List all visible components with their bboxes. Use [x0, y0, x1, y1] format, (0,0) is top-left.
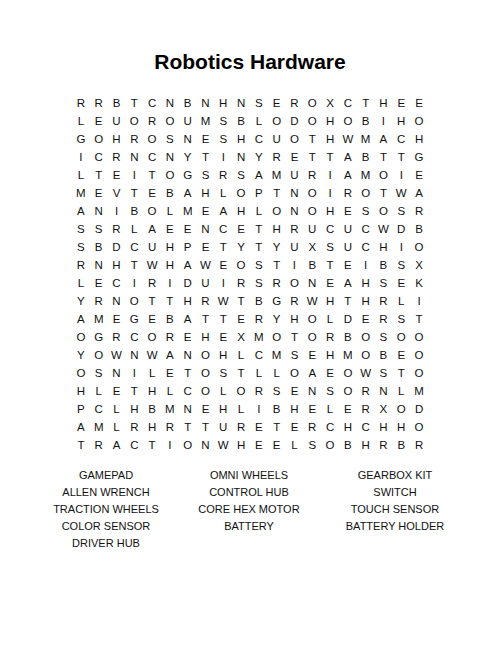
grid-cell-r7c12[interactable]: O	[268, 202, 286, 220]
grid-cell-r2c4[interactable]: O	[125, 112, 143, 130]
grid-cell-r18c1[interactable]: P	[72, 400, 90, 418]
grid-cell-r7c14[interactable]: O	[303, 202, 321, 220]
grid-cell-r16c12[interactable]: L	[268, 364, 286, 382]
grid-cell-r16c3[interactable]: N	[108, 364, 126, 382]
grid-cell-r12c12[interactable]: G	[268, 292, 286, 310]
grid-cell-r4c16[interactable]: A	[339, 148, 357, 166]
grid-cell-r20c12[interactable]: E	[268, 436, 286, 454]
grid-cell-r8c18[interactable]: W	[375, 220, 393, 238]
grid-cell-r3c6[interactable]: S	[161, 130, 179, 148]
grid-cell-r18c14[interactable]: E	[303, 400, 321, 418]
grid-cell-r10c7[interactable]: A	[179, 256, 197, 274]
grid-cell-r3c16[interactable]: W	[339, 130, 357, 148]
grid-cell-r4c17[interactable]: B	[357, 148, 375, 166]
grid-cell-r11c17[interactable]: H	[357, 274, 375, 292]
grid-cell-r1c13[interactable]: R	[286, 94, 304, 112]
grid-cell-r13c17[interactable]: E	[357, 310, 375, 328]
grid-cell-r1c3[interactable]: B	[108, 94, 126, 112]
grid-cell-r7c9[interactable]: A	[214, 202, 232, 220]
grid-cell-r10c20[interactable]: X	[410, 256, 428, 274]
grid-cell-r6c8[interactable]: H	[197, 184, 215, 202]
grid-cell-r8c15[interactable]: C	[321, 220, 339, 238]
grid-cell-r15c3[interactable]: W	[108, 346, 126, 364]
grid-cell-r18c12[interactable]: B	[268, 400, 286, 418]
grid-cell-r20c11[interactable]: E	[250, 436, 268, 454]
grid-cell-r13c12[interactable]: Y	[268, 310, 286, 328]
grid-cell-r15c20[interactable]: O	[410, 346, 428, 364]
grid-cell-r16c14[interactable]: A	[303, 364, 321, 382]
grid-cell-r10c12[interactable]: T	[268, 256, 286, 274]
grid-cell-r13c8[interactable]: T	[197, 310, 215, 328]
grid-cell-r12c15[interactable]: H	[321, 292, 339, 310]
grid-cell-r14c7[interactable]: E	[179, 328, 197, 346]
grid-cell-r19c13[interactable]: E	[286, 418, 304, 436]
grid-cell-r11c5[interactable]: R	[143, 274, 161, 292]
grid-cell-r10c8[interactable]: W	[197, 256, 215, 274]
grid-cell-r13c9[interactable]: T	[214, 310, 232, 328]
grid-cell-r7c3[interactable]: I	[108, 202, 126, 220]
grid-cell-r8c4[interactable]: L	[125, 220, 143, 238]
grid-cell-r11c1[interactable]: L	[72, 274, 90, 292]
grid-cell-r17c20[interactable]: M	[410, 382, 428, 400]
grid-cell-r5c10[interactable]: S	[232, 166, 250, 184]
grid-cell-r11c10[interactable]: R	[232, 274, 250, 292]
grid-cell-r8c8[interactable]: N	[197, 220, 215, 238]
grid-cell-r3c13[interactable]: O	[286, 130, 304, 148]
grid-cell-r14c19[interactable]: O	[392, 328, 410, 346]
grid-cell-r20c4[interactable]: C	[125, 436, 143, 454]
grid-cell-r11c3[interactable]: C	[108, 274, 126, 292]
grid-cell-r20c3[interactable]: A	[108, 436, 126, 454]
grid-cell-r9c8[interactable]: E	[197, 238, 215, 256]
grid-cell-r11c8[interactable]: U	[197, 274, 215, 292]
grid-cell-r18c10[interactable]: L	[232, 400, 250, 418]
grid-cell-r2c8[interactable]: M	[197, 112, 215, 130]
grid-cell-r20c16[interactable]: B	[339, 436, 357, 454]
grid-cell-r19c3[interactable]: L	[108, 418, 126, 436]
grid-cell-r1c10[interactable]: N	[232, 94, 250, 112]
grid-cell-r2c9[interactable]: S	[214, 112, 232, 130]
grid-cell-r2c3[interactable]: U	[108, 112, 126, 130]
grid-cell-r3c11[interactable]: C	[250, 130, 268, 148]
grid-cell-r16c8[interactable]: O	[197, 364, 215, 382]
grid-cell-r5c7[interactable]: G	[179, 166, 197, 184]
grid-cell-r2c12[interactable]: O	[268, 112, 286, 130]
grid-cell-r13c5[interactable]: E	[143, 310, 161, 328]
grid-cell-r5c15[interactable]: I	[321, 166, 339, 184]
grid-cell-r12c7[interactable]: H	[179, 292, 197, 310]
grid-cell-r2c7[interactable]: U	[179, 112, 197, 130]
grid-cell-r9c9[interactable]: T	[214, 238, 232, 256]
grid-cell-r19c1[interactable]: A	[72, 418, 90, 436]
grid-cell-r14c16[interactable]: B	[339, 328, 357, 346]
grid-cell-r9c17[interactable]: C	[357, 238, 375, 256]
grid-cell-r18c11[interactable]: I	[250, 400, 268, 418]
grid-cell-r9c10[interactable]: Y	[232, 238, 250, 256]
grid-cell-r14c14[interactable]: O	[303, 328, 321, 346]
grid-cell-r18c8[interactable]: E	[197, 400, 215, 418]
grid-cell-r15c6[interactable]: A	[161, 346, 179, 364]
grid-cell-r7c19[interactable]: S	[392, 202, 410, 220]
grid-cell-r4c20[interactable]: G	[410, 148, 428, 166]
grid-cell-r10c1[interactable]: R	[72, 256, 90, 274]
grid-cell-r20c8[interactable]: N	[197, 436, 215, 454]
grid-cell-r11c18[interactable]: S	[375, 274, 393, 292]
grid-cell-r15c4[interactable]: N	[125, 346, 143, 364]
grid-cell-r20c13[interactable]: L	[286, 436, 304, 454]
grid-cell-r16c15[interactable]: E	[321, 364, 339, 382]
grid-cell-r19c14[interactable]: R	[303, 418, 321, 436]
grid-cell-r12c20[interactable]: I	[410, 292, 428, 310]
grid-cell-r9c4[interactable]: C	[125, 238, 143, 256]
grid-cell-r12c18[interactable]: R	[375, 292, 393, 310]
grid-cell-r17c19[interactable]: L	[392, 382, 410, 400]
grid-cell-r7c16[interactable]: E	[339, 202, 357, 220]
grid-cell-r13c6[interactable]: B	[161, 310, 179, 328]
grid-cell-r14c15[interactable]: R	[321, 328, 339, 346]
grid-cell-r15c19[interactable]: E	[392, 346, 410, 364]
grid-cell-r20c6[interactable]: I	[161, 436, 179, 454]
grid-cell-r7c1[interactable]: A	[72, 202, 90, 220]
grid-cell-r20c14[interactable]: S	[303, 436, 321, 454]
grid-cell-r12c16[interactable]: T	[339, 292, 357, 310]
grid-cell-r6c6[interactable]: B	[161, 184, 179, 202]
grid-cell-r1c17[interactable]: T	[357, 94, 375, 112]
grid-cell-r14c13[interactable]: T	[286, 328, 304, 346]
grid-cell-r17c3[interactable]: E	[108, 382, 126, 400]
grid-cell-r14c9[interactable]: E	[214, 328, 232, 346]
grid-cell-r8c13[interactable]: R	[286, 220, 304, 238]
grid-cell-r17c16[interactable]: O	[339, 382, 357, 400]
grid-cell-r20c18[interactable]: R	[375, 436, 393, 454]
grid-cell-r7c7[interactable]: M	[179, 202, 197, 220]
grid-cell-r18c16[interactable]: E	[339, 400, 357, 418]
grid-cell-r11c12[interactable]: R	[268, 274, 286, 292]
grid-cell-r7c11[interactable]: L	[250, 202, 268, 220]
grid-cell-r8c19[interactable]: D	[392, 220, 410, 238]
grid-cell-r4c5[interactable]: C	[143, 148, 161, 166]
grid-cell-r6c1[interactable]: M	[72, 184, 90, 202]
grid-cell-r19c7[interactable]: T	[179, 418, 197, 436]
grid-cell-r20c9[interactable]: W	[214, 436, 232, 454]
grid-cell-r4c1[interactable]: I	[72, 148, 90, 166]
grid-cell-r4c9[interactable]: I	[214, 148, 232, 166]
grid-cell-r10c9[interactable]: E	[214, 256, 232, 274]
grid-cell-r12c17[interactable]: H	[357, 292, 375, 310]
grid-cell-r2c15[interactable]: H	[321, 112, 339, 130]
grid-cell-r13c16[interactable]: D	[339, 310, 357, 328]
grid-cell-r7c8[interactable]: E	[197, 202, 215, 220]
grid-cell-r6c16[interactable]: R	[339, 184, 357, 202]
grid-cell-r6c11[interactable]: P	[250, 184, 268, 202]
grid-cell-r17c1[interactable]: H	[72, 382, 90, 400]
grid-cell-r15c11[interactable]: C	[250, 346, 268, 364]
grid-cell-r8c2[interactable]: S	[90, 220, 108, 238]
grid-cell-r4c15[interactable]: T	[321, 148, 339, 166]
grid-cell-r11c11[interactable]: S	[250, 274, 268, 292]
grid-cell-r12c6[interactable]: T	[161, 292, 179, 310]
grid-cell-r10c15[interactable]: T	[321, 256, 339, 274]
grid-cell-r11c19[interactable]: E	[392, 274, 410, 292]
grid-cell-r1c8[interactable]: N	[197, 94, 215, 112]
grid-cell-r2c11[interactable]: L	[250, 112, 268, 130]
grid-cell-r17c7[interactable]: C	[179, 382, 197, 400]
grid-cell-r15c8[interactable]: O	[197, 346, 215, 364]
grid-cell-r6c20[interactable]: A	[410, 184, 428, 202]
grid-cell-r6c15[interactable]: I	[321, 184, 339, 202]
grid-cell-r1c1[interactable]: R	[72, 94, 90, 112]
grid-cell-r1c2[interactable]: R	[90, 94, 108, 112]
grid-cell-r20c5[interactable]: T	[143, 436, 161, 454]
grid-cell-r3c9[interactable]: S	[214, 130, 232, 148]
grid-cell-r12c3[interactable]: N	[108, 292, 126, 310]
grid-cell-r13c4[interactable]: G	[125, 310, 143, 328]
grid-cell-r3c19[interactable]: C	[392, 130, 410, 148]
grid-cell-r16c16[interactable]: O	[339, 364, 357, 382]
grid-cell-r4c8[interactable]: T	[197, 148, 215, 166]
grid-cell-r4c19[interactable]: T	[392, 148, 410, 166]
grid-cell-r2c5[interactable]: R	[143, 112, 161, 130]
grid-cell-r10c5[interactable]: W	[143, 256, 161, 274]
grid-cell-r7c17[interactable]: S	[357, 202, 375, 220]
grid-cell-r6c7[interactable]: A	[179, 184, 197, 202]
grid-cell-r3c5[interactable]: O	[143, 130, 161, 148]
grid-cell-r19c18[interactable]: H	[375, 418, 393, 436]
grid-cell-r17c18[interactable]: N	[375, 382, 393, 400]
grid-cell-r3c17[interactable]: M	[357, 130, 375, 148]
grid-cell-r6c2[interactable]: E	[90, 184, 108, 202]
grid-cell-r16c17[interactable]: W	[357, 364, 375, 382]
grid-cell-r14c5[interactable]: O	[143, 328, 161, 346]
grid-cell-r20c20[interactable]: R	[410, 436, 428, 454]
grid-cell-r4c6[interactable]: N	[161, 148, 179, 166]
grid-cell-r6c4[interactable]: T	[125, 184, 143, 202]
grid-cell-r12c5[interactable]: T	[143, 292, 161, 310]
grid-cell-r10c6[interactable]: H	[161, 256, 179, 274]
grid-cell-r13c13[interactable]: H	[286, 310, 304, 328]
grid-cell-r14c6[interactable]: R	[161, 328, 179, 346]
grid-cell-r12c10[interactable]: T	[232, 292, 250, 310]
grid-cell-r10c17[interactable]: I	[357, 256, 375, 274]
grid-cell-r11c13[interactable]: O	[286, 274, 304, 292]
grid-cell-r14c12[interactable]: O	[268, 328, 286, 346]
grid-cell-r8c6[interactable]: E	[161, 220, 179, 238]
grid-cell-r1c20[interactable]: E	[410, 94, 428, 112]
grid-cell-r14c10[interactable]: X	[232, 328, 250, 346]
grid-cell-r8c5[interactable]: A	[143, 220, 161, 238]
grid-cell-r17c15[interactable]: S	[321, 382, 339, 400]
grid-cell-r8c11[interactable]: T	[250, 220, 268, 238]
grid-cell-r13c11[interactable]: R	[250, 310, 268, 328]
grid-cell-r15c13[interactable]: S	[286, 346, 304, 364]
grid-cell-r10c13[interactable]: I	[286, 256, 304, 274]
grid-cell-r18c4[interactable]: H	[125, 400, 143, 418]
grid-cell-r1c6[interactable]: N	[161, 94, 179, 112]
grid-cell-r4c13[interactable]: E	[286, 148, 304, 166]
grid-cell-r5c11[interactable]: A	[250, 166, 268, 184]
grid-cell-r9c19[interactable]: I	[392, 238, 410, 256]
grid-cell-r17c12[interactable]: S	[268, 382, 286, 400]
grid-cell-r7c15[interactable]: H	[321, 202, 339, 220]
grid-cell-r1c19[interactable]: E	[392, 94, 410, 112]
grid-cell-r19c9[interactable]: U	[214, 418, 232, 436]
grid-cell-r14c8[interactable]: H	[197, 328, 215, 346]
grid-cell-r14c2[interactable]: G	[90, 328, 108, 346]
grid-cell-r19c6[interactable]: R	[161, 418, 179, 436]
grid-cell-r14c1[interactable]: O	[72, 328, 90, 346]
grid-cell-r19c19[interactable]: H	[392, 418, 410, 436]
grid-cell-r18c9[interactable]: H	[214, 400, 232, 418]
grid-cell-r13c14[interactable]: O	[303, 310, 321, 328]
grid-cell-r9c1[interactable]: S	[72, 238, 90, 256]
grid-cell-r17c4[interactable]: T	[125, 382, 143, 400]
grid-cell-r17c17[interactable]: R	[357, 382, 375, 400]
grid-cell-r17c10[interactable]: O	[232, 382, 250, 400]
grid-cell-r11c9[interactable]: I	[214, 274, 232, 292]
grid-cell-r3c1[interactable]: G	[72, 130, 90, 148]
grid-cell-r11c16[interactable]: A	[339, 274, 357, 292]
grid-cell-r7c2[interactable]: N	[90, 202, 108, 220]
grid-cell-r20c19[interactable]: B	[392, 436, 410, 454]
grid-cell-r5c13[interactable]: U	[286, 166, 304, 184]
grid-cell-r8c10[interactable]: E	[232, 220, 250, 238]
grid-cell-r11c4[interactable]: I	[125, 274, 143, 292]
grid-cell-r13c20[interactable]: T	[410, 310, 428, 328]
grid-cell-r18c17[interactable]: R	[357, 400, 375, 418]
grid-cell-r3c8[interactable]: E	[197, 130, 215, 148]
grid-cell-r6c3[interactable]: V	[108, 184, 126, 202]
grid-cell-r6c9[interactable]: L	[214, 184, 232, 202]
grid-cell-r20c2[interactable]: R	[90, 436, 108, 454]
grid-cell-r11c6[interactable]: I	[161, 274, 179, 292]
grid-cell-r12c8[interactable]: R	[197, 292, 215, 310]
grid-cell-r5c17[interactable]: M	[357, 166, 375, 184]
grid-cell-r1c5[interactable]: C	[143, 94, 161, 112]
grid-cell-r6c19[interactable]: W	[392, 184, 410, 202]
grid-cell-r4c3[interactable]: R	[108, 148, 126, 166]
grid-cell-r9c13[interactable]: U	[286, 238, 304, 256]
grid-cell-r15c18[interactable]: B	[375, 346, 393, 364]
grid-cell-r12c11[interactable]: B	[250, 292, 268, 310]
grid-cell-r15c12[interactable]: M	[268, 346, 286, 364]
grid-cell-r10c14[interactable]: B	[303, 256, 321, 274]
grid-cell-r15c16[interactable]: M	[339, 346, 357, 364]
grid-cell-r8c16[interactable]: U	[339, 220, 357, 238]
grid-cell-r19c5[interactable]: H	[143, 418, 161, 436]
grid-cell-r5c8[interactable]: S	[197, 166, 215, 184]
grid-cell-r3c10[interactable]: H	[232, 130, 250, 148]
grid-cell-r16c7[interactable]: T	[179, 364, 197, 382]
grid-cell-r11c2[interactable]: E	[90, 274, 108, 292]
grid-cell-r13c10[interactable]: E	[232, 310, 250, 328]
grid-cell-r8c7[interactable]: E	[179, 220, 197, 238]
grid-cell-r7c5[interactable]: O	[143, 202, 161, 220]
grid-cell-r17c6[interactable]: L	[161, 382, 179, 400]
grid-cell-r1c4[interactable]: T	[125, 94, 143, 112]
grid-cell-r15c2[interactable]: O	[90, 346, 108, 364]
grid-cell-r18c20[interactable]: D	[410, 400, 428, 418]
grid-cell-r1c7[interactable]: B	[179, 94, 197, 112]
grid-cell-r9c3[interactable]: D	[108, 238, 126, 256]
grid-cell-r11c15[interactable]: E	[321, 274, 339, 292]
grid-cell-r5c20[interactable]: E	[410, 166, 428, 184]
grid-cell-r15c15[interactable]: H	[321, 346, 339, 364]
grid-cell-r18c2[interactable]: C	[90, 400, 108, 418]
grid-cell-r16c11[interactable]: L	[250, 364, 268, 382]
grid-cell-r20c1[interactable]: T	[72, 436, 90, 454]
grid-cell-r9c14[interactable]: X	[303, 238, 321, 256]
grid-cell-r5c2[interactable]: T	[90, 166, 108, 184]
grid-cell-r13c2[interactable]: M	[90, 310, 108, 328]
grid-cell-r8c14[interactable]: U	[303, 220, 321, 238]
grid-cell-r3c4[interactable]: R	[125, 130, 143, 148]
grid-cell-r16c6[interactable]: E	[161, 364, 179, 382]
grid-cell-r14c18[interactable]: S	[375, 328, 393, 346]
grid-cell-r15c10[interactable]: L	[232, 346, 250, 364]
grid-cell-r8c17[interactable]: C	[357, 220, 375, 238]
grid-cell-r2c2[interactable]: E	[90, 112, 108, 130]
grid-cell-r18c3[interactable]: L	[108, 400, 126, 418]
grid-cell-r20c10[interactable]: H	[232, 436, 250, 454]
grid-cell-r7c10[interactable]: H	[232, 202, 250, 220]
grid-cell-r18c15[interactable]: L	[321, 400, 339, 418]
grid-cell-r4c11[interactable]: Y	[250, 148, 268, 166]
grid-cell-r12c13[interactable]: R	[286, 292, 304, 310]
grid-cell-r5c1[interactable]: L	[72, 166, 90, 184]
grid-cell-r2c19[interactable]: H	[392, 112, 410, 130]
grid-cell-r19c15[interactable]: C	[321, 418, 339, 436]
grid-cell-r5c18[interactable]: O	[375, 166, 393, 184]
grid-cell-r16c9[interactable]: S	[214, 364, 232, 382]
grid-cell-r2c18[interactable]: I	[375, 112, 393, 130]
grid-cell-r8c3[interactable]: R	[108, 220, 126, 238]
grid-cell-r9c6[interactable]: H	[161, 238, 179, 256]
grid-cell-r9c7[interactable]: P	[179, 238, 197, 256]
grid-cell-r3c20[interactable]: H	[410, 130, 428, 148]
grid-cell-r17c2[interactable]: L	[90, 382, 108, 400]
grid-cell-r10c19[interactable]: S	[392, 256, 410, 274]
grid-cell-r12c4[interactable]: O	[125, 292, 143, 310]
grid-cell-r14c3[interactable]: R	[108, 328, 126, 346]
grid-cell-r2c1[interactable]: L	[72, 112, 90, 130]
grid-cell-r14c4[interactable]: C	[125, 328, 143, 346]
grid-cell-r6c17[interactable]: O	[357, 184, 375, 202]
grid-cell-r3c14[interactable]: T	[303, 130, 321, 148]
grid-cell-r17c5[interactable]: H	[143, 382, 161, 400]
grid-cell-r5c6[interactable]: O	[161, 166, 179, 184]
grid-cell-r3c18[interactable]: A	[375, 130, 393, 148]
grid-cell-r1c11[interactable]: S	[250, 94, 268, 112]
grid-cell-r9c18[interactable]: H	[375, 238, 393, 256]
grid-cell-r8c9[interactable]: C	[214, 220, 232, 238]
grid-cell-r6c5[interactable]: E	[143, 184, 161, 202]
grid-cell-r2c10[interactable]: B	[232, 112, 250, 130]
grid-cell-r6c12[interactable]: T	[268, 184, 286, 202]
grid-cell-r1c12[interactable]: E	[268, 94, 286, 112]
grid-cell-r2c17[interactable]: B	[357, 112, 375, 130]
grid-cell-r15c9[interactable]: H	[214, 346, 232, 364]
grid-cell-r9c2[interactable]: B	[90, 238, 108, 256]
grid-cell-r18c13[interactable]: H	[286, 400, 304, 418]
grid-cell-r16c20[interactable]: O	[410, 364, 428, 382]
grid-cell-r9c20[interactable]: O	[410, 238, 428, 256]
grid-cell-r1c14[interactable]: O	[303, 94, 321, 112]
grid-cell-r10c16[interactable]: E	[339, 256, 357, 274]
grid-cell-r3c12[interactable]: U	[268, 130, 286, 148]
grid-cell-r7c20[interactable]: R	[410, 202, 428, 220]
grid-cell-r19c17[interactable]: C	[357, 418, 375, 436]
grid-cell-r9c12[interactable]: Y	[268, 238, 286, 256]
